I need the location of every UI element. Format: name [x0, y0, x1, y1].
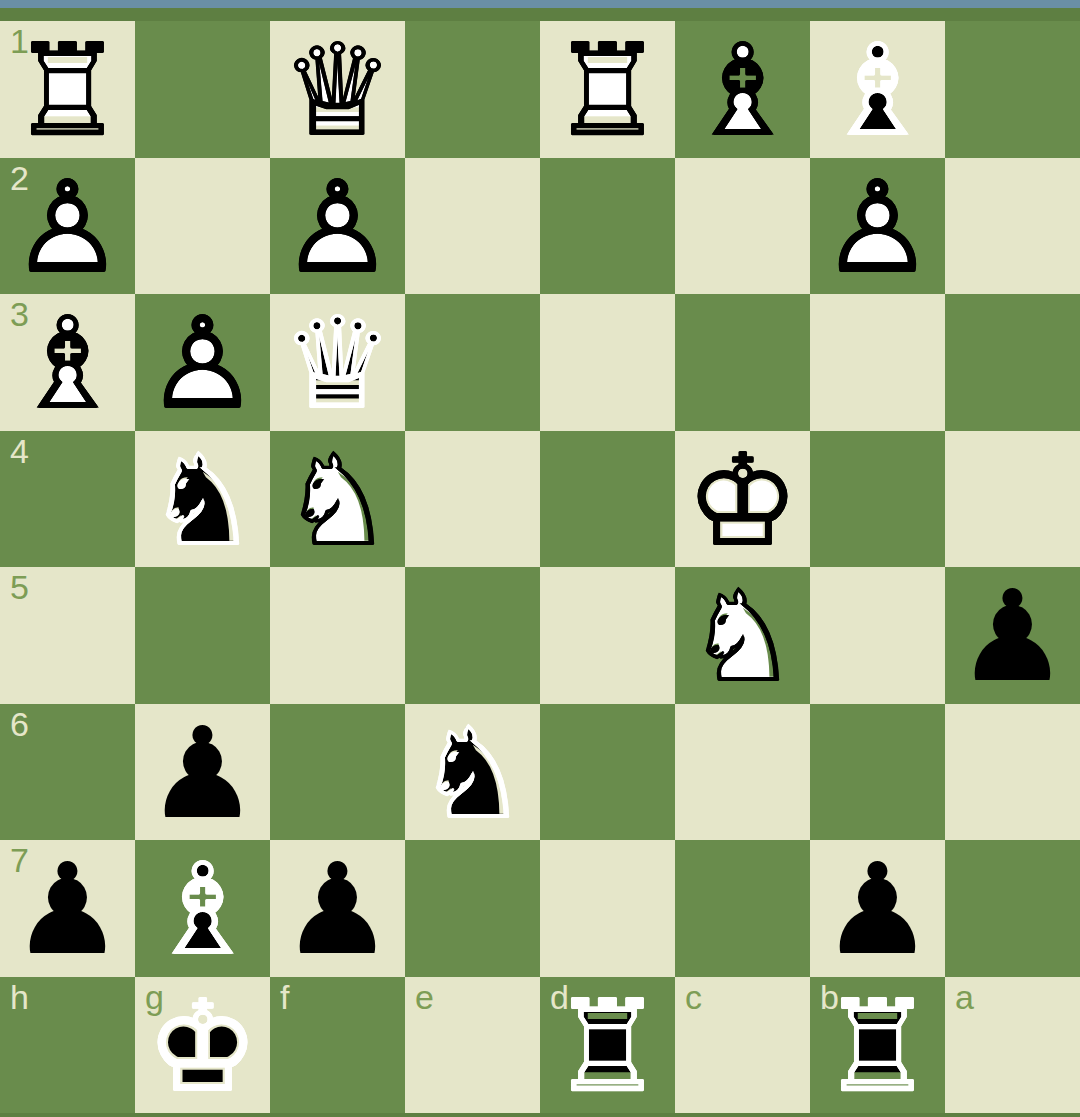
square-e5[interactable] [405, 567, 540, 704]
file-label-e: e [415, 979, 434, 1016]
piece-black-pawn[interactable]: ♟ [0, 842, 135, 979]
square-b1[interactable]: ♝♗ [810, 21, 945, 158]
square-c2[interactable] [675, 158, 810, 295]
rank-label-5: 5 [10, 569, 29, 606]
square-c6[interactable] [675, 704, 810, 841]
piece-white-queen[interactable]: ♛♕ [270, 23, 405, 160]
white-bishop-detail-icon: ♗ [686, 28, 799, 154]
square-b4[interactable] [810, 431, 945, 568]
file-label-h: h [10, 979, 29, 1016]
white-pawn-detail-icon: ♙ [11, 165, 124, 291]
black-bishop-detail-icon: ♗ [821, 28, 934, 154]
square-b3[interactable] [810, 294, 945, 431]
black-pawn-icon: ♟ [146, 711, 259, 837]
piece-black-pawn[interactable]: ♟ [810, 842, 945, 979]
top-bar [0, 0, 1080, 8]
piece-white-rook[interactable]: ♜♖ [0, 23, 135, 160]
square-e4[interactable] [405, 431, 540, 568]
square-d8[interactable]: d♜♖ [540, 977, 675, 1114]
square-d7[interactable] [540, 840, 675, 977]
piece-white-pawn[interactable]: ♟♙ [270, 160, 405, 297]
screen: 1♜♖♛♕♜♖♝♗♝♗2♟♙♟♙♟♙3♝♗♟♙♛♕4♞♘♞♘♚♔5♞♘♟6♟♞♘… [0, 0, 1080, 1117]
piece-black-queen[interactable]: ♛♕ [270, 296, 405, 433]
piece-black-rook[interactable]: ♜♖ [810, 979, 945, 1116]
white-bishop-detail-icon: ♗ [11, 301, 124, 427]
square-b5[interactable] [810, 567, 945, 704]
square-h1[interactable]: 1♜♖ [0, 21, 135, 158]
black-pawn-icon: ♟ [281, 847, 394, 973]
square-g2[interactable] [135, 158, 270, 295]
square-a7[interactable] [945, 840, 1080, 977]
square-d3[interactable] [540, 294, 675, 431]
square-f8[interactable]: f [270, 977, 405, 1114]
square-a4[interactable] [945, 431, 1080, 568]
square-b7[interactable]: ♟ [810, 840, 945, 977]
square-c7[interactable] [675, 840, 810, 977]
square-d5[interactable] [540, 567, 675, 704]
black-rook-detail-icon: ♖ [551, 984, 664, 1110]
square-c1[interactable]: ♝♗ [675, 21, 810, 158]
piece-black-bishop[interactable]: ♝♗ [135, 842, 270, 979]
square-g5[interactable] [135, 567, 270, 704]
square-a5[interactable]: ♟ [945, 567, 1080, 704]
black-bishop-detail-icon: ♗ [146, 847, 259, 973]
white-knight-detail-icon: ♘ [686, 574, 799, 700]
square-d1[interactable]: ♜♖ [540, 21, 675, 158]
square-d6[interactable] [540, 704, 675, 841]
square-f3[interactable]: ♛♕ [270, 294, 405, 431]
square-a3[interactable] [945, 294, 1080, 431]
piece-black-rook[interactable]: ♜♖ [540, 979, 675, 1116]
piece-black-pawn[interactable]: ♟ [135, 706, 270, 843]
piece-black-knight[interactable]: ♞♘ [135, 433, 270, 570]
square-e3[interactable] [405, 294, 540, 431]
square-f4[interactable]: ♞♘ [270, 431, 405, 568]
square-f2[interactable]: ♟♙ [270, 158, 405, 295]
piece-black-pawn[interactable]: ♟ [945, 569, 1080, 706]
square-f7[interactable]: ♟ [270, 840, 405, 977]
piece-white-pawn[interactable]: ♟♙ [0, 160, 135, 297]
square-g8[interactable]: g♚♔ [135, 977, 270, 1114]
white-pawn-detail-icon: ♙ [146, 301, 259, 427]
piece-white-king[interactable]: ♚♔ [675, 433, 810, 570]
file-label-f: f [280, 979, 289, 1016]
square-c3[interactable] [675, 294, 810, 431]
white-rook-detail-icon: ♖ [551, 28, 664, 154]
square-g6[interactable]: ♟ [135, 704, 270, 841]
white-queen-detail-icon: ♕ [281, 28, 394, 154]
square-h2[interactable]: 2♟♙ [0, 158, 135, 295]
black-queen-detail-icon: ♕ [281, 301, 394, 427]
piece-white-knight[interactable]: ♞♘ [270, 433, 405, 570]
square-e6[interactable]: ♞♘ [405, 704, 540, 841]
white-knight-detail-icon: ♘ [281, 438, 394, 564]
piece-white-knight[interactable]: ♞♘ [675, 569, 810, 706]
square-d2[interactable] [540, 158, 675, 295]
black-pawn-icon: ♟ [956, 574, 1069, 700]
square-g3[interactable]: ♟♙ [135, 294, 270, 431]
black-rook-detail-icon: ♖ [821, 984, 934, 1110]
black-knight-detail-icon: ♘ [416, 711, 529, 837]
black-king-detail-icon: ♔ [146, 984, 259, 1110]
square-h4[interactable]: 4 [0, 431, 135, 568]
black-pawn-icon: ♟ [821, 847, 934, 973]
piece-white-bishop[interactable]: ♝♗ [0, 296, 135, 433]
square-c5[interactable]: ♞♘ [675, 567, 810, 704]
square-e8[interactable]: e [405, 977, 540, 1114]
square-b6[interactable] [810, 704, 945, 841]
square-f1[interactable]: ♛♕ [270, 21, 405, 158]
square-a8[interactable]: a [945, 977, 1080, 1114]
square-a1[interactable] [945, 21, 1080, 158]
square-g4[interactable]: ♞♘ [135, 431, 270, 568]
square-b8[interactable]: b♜♖ [810, 977, 945, 1114]
piece-white-pawn[interactable]: ♟♙ [135, 296, 270, 433]
piece-black-king[interactable]: ♚♔ [135, 979, 270, 1116]
square-e7[interactable] [405, 840, 540, 977]
rank-label-6: 6 [10, 706, 29, 743]
piece-white-bishop[interactable]: ♝♗ [675, 23, 810, 160]
square-e2[interactable] [405, 158, 540, 295]
white-king-detail-icon: ♔ [686, 438, 799, 564]
piece-white-rook[interactable]: ♜♖ [540, 23, 675, 160]
piece-black-pawn[interactable]: ♟ [270, 842, 405, 979]
white-rook-detail-icon: ♖ [11, 28, 124, 154]
piece-black-knight[interactable]: ♞♘ [405, 706, 540, 843]
white-pawn-detail-icon: ♙ [821, 165, 934, 291]
square-a6[interactable] [945, 704, 1080, 841]
square-h6[interactable]: 6 [0, 704, 135, 841]
square-f5[interactable] [270, 567, 405, 704]
square-g1[interactable] [135, 21, 270, 158]
square-h3[interactable]: 3♝♗ [0, 294, 135, 431]
square-e1[interactable] [405, 21, 540, 158]
white-pawn-detail-icon: ♙ [281, 165, 394, 291]
square-a2[interactable] [945, 158, 1080, 295]
square-h8[interactable]: h [0, 977, 135, 1114]
chess-board: 1♜♖♛♕♜♖♝♗♝♗2♟♙♟♙♟♙3♝♗♟♙♛♕4♞♘♞♘♚♔5♞♘♟6♟♞♘… [0, 21, 1080, 1113]
square-c8[interactable]: c [675, 977, 810, 1114]
piece-black-bishop[interactable]: ♝♗ [810, 23, 945, 160]
square-h7[interactable]: 7♟ [0, 840, 135, 977]
piece-white-pawn[interactable]: ♟♙ [810, 160, 945, 297]
square-b2[interactable]: ♟♙ [810, 158, 945, 295]
black-knight-detail-icon: ♘ [146, 438, 259, 564]
file-label-c: c [685, 979, 702, 1016]
black-pawn-icon: ♟ [11, 847, 124, 973]
square-c4[interactable]: ♚♔ [675, 431, 810, 568]
square-g7[interactable]: ♝♗ [135, 840, 270, 977]
square-d4[interactable] [540, 431, 675, 568]
board-margin: 1♜♖♛♕♜♖♝♗♝♗2♟♙♟♙♟♙3♝♗♟♙♛♕4♞♘♞♘♚♔5♞♘♟6♟♞♘… [0, 8, 1080, 1117]
file-label-a: a [955, 979, 974, 1016]
square-f6[interactable] [270, 704, 405, 841]
square-h5[interactable]: 5 [0, 567, 135, 704]
rank-label-4: 4 [10, 433, 29, 470]
